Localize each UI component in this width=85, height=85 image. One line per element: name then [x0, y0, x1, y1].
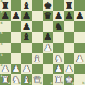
rank-coordinate-4: 4	[1, 43, 3, 46]
square-e7[interactable]: ♛	[43, 11, 54, 22]
white-knight[interactable]: ♞	[12, 75, 21, 85]
square-a8[interactable]: 8♜	[0, 0, 11, 11]
square-g2[interactable]: ♟	[64, 64, 75, 75]
square-f4[interactable]	[53, 43, 64, 54]
white-pawn[interactable]: ♟	[65, 64, 74, 74]
black-rook[interactable]: ♜	[1, 0, 10, 10]
square-g3[interactable]	[64, 53, 75, 64]
black-queen[interactable]: ♛	[44, 11, 53, 21]
square-e5[interactable]: ♟	[43, 32, 54, 43]
square-f5[interactable]	[53, 32, 64, 43]
white-bishop[interactable]: ♝	[33, 53, 42, 63]
square-c6[interactable]: ♟	[21, 21, 32, 32]
black-pawn[interactable]: ♟	[22, 11, 31, 21]
square-h4[interactable]	[74, 43, 85, 54]
black-pawn[interactable]: ♟	[44, 32, 53, 42]
black-king[interactable]: ♚	[44, 0, 53, 10]
black-pawn[interactable]: ♟	[54, 11, 63, 21]
white-pawn[interactable]: ♟	[12, 64, 21, 74]
square-b1[interactable]: b♞	[11, 74, 22, 85]
white-pawn[interactable]: ♟	[1, 64, 10, 74]
square-g7[interactable]: ♟	[64, 11, 75, 22]
file-coordinate-h: h	[82, 82, 84, 85]
white-pawn[interactable]: ♟	[44, 43, 53, 53]
black-pawn[interactable]: ♟	[75, 11, 84, 21]
black-bishop[interactable]: ♝	[22, 0, 31, 10]
chess-board: 8♜♝♚♜7♟♟♟♛♟♟♟6♟♞5♝♟4♟3♝♞♟2♟♟♟♟♟1a♜b♞c♝d♛…	[0, 0, 85, 85]
black-bishop[interactable]: ♝	[22, 32, 31, 42]
square-a7[interactable]: 7♟	[0, 11, 11, 22]
square-d4[interactable]	[32, 43, 43, 54]
square-h3[interactable]: ♟	[74, 53, 85, 64]
square-a5[interactable]: 5	[0, 32, 11, 43]
square-f1[interactable]: f♜	[53, 74, 64, 85]
black-pawn[interactable]: ♟	[22, 22, 31, 32]
square-c4[interactable]	[21, 43, 32, 54]
square-h7[interactable]: ♟	[74, 11, 85, 22]
square-a1[interactable]: 1a♜	[0, 74, 11, 85]
black-pawn[interactable]: ♟	[65, 11, 74, 21]
square-b2[interactable]: ♟	[11, 64, 22, 75]
square-e4[interactable]: ♟	[43, 43, 54, 54]
square-f6[interactable]: ♞	[53, 21, 64, 32]
square-a4[interactable]: 4	[0, 43, 11, 54]
black-pawn[interactable]: ♟	[12, 11, 21, 21]
square-b8[interactable]	[11, 0, 22, 11]
square-h2[interactable]	[74, 64, 85, 75]
square-d2[interactable]	[32, 64, 43, 75]
black-pawn[interactable]: ♟	[1, 11, 10, 21]
square-h8[interactable]	[74, 0, 85, 11]
white-pawn[interactable]: ♟	[54, 64, 63, 74]
rank-coordinate-3: 3	[1, 54, 3, 57]
square-c2[interactable]: ♟	[21, 64, 32, 75]
square-b6[interactable]	[11, 21, 22, 32]
rank-coordinate-5: 5	[1, 32, 3, 35]
square-c7[interactable]: ♟	[21, 11, 32, 22]
square-d7[interactable]	[32, 11, 43, 22]
square-b5[interactable]	[11, 32, 22, 43]
square-d1[interactable]: d♛	[32, 74, 43, 85]
square-g4[interactable]	[64, 43, 75, 54]
square-b4[interactable]	[11, 43, 22, 54]
square-a6[interactable]: 6	[0, 21, 11, 32]
square-d8[interactable]	[32, 0, 43, 11]
black-knight[interactable]: ♞	[54, 22, 63, 32]
black-rook[interactable]: ♜	[65, 0, 74, 10]
white-queen[interactable]: ♛	[33, 75, 42, 85]
square-g5[interactable]	[64, 32, 75, 43]
square-f3[interactable]: ♞	[53, 53, 64, 64]
square-h5[interactable]	[74, 32, 85, 43]
square-f8[interactable]	[53, 0, 64, 11]
square-d6[interactable]	[32, 21, 43, 32]
square-f2[interactable]: ♟	[53, 64, 64, 75]
white-bishop[interactable]: ♝	[22, 75, 31, 85]
square-e1[interactable]: e	[43, 74, 54, 85]
square-e8[interactable]: ♚	[43, 0, 54, 11]
square-f7[interactable]: ♟	[53, 11, 64, 22]
square-c5[interactable]: ♝	[21, 32, 32, 43]
square-a3[interactable]: 3	[0, 53, 11, 64]
square-g8[interactable]: ♜	[64, 0, 75, 11]
square-d5[interactable]	[32, 32, 43, 43]
white-knight[interactable]: ♞	[54, 53, 63, 63]
white-pawn[interactable]: ♟	[75, 53, 84, 63]
square-d3[interactable]: ♝	[32, 53, 43, 64]
square-c8[interactable]: ♝	[21, 0, 32, 11]
square-e6[interactable]	[43, 21, 54, 32]
white-pawn[interactable]: ♟	[22, 64, 31, 74]
white-rook[interactable]: ♜	[54, 75, 63, 85]
square-b3[interactable]	[11, 53, 22, 64]
white-rook[interactable]: ♜	[1, 75, 10, 85]
square-h6[interactable]	[74, 21, 85, 32]
square-b7[interactable]: ♟	[11, 11, 22, 22]
square-a2[interactable]: 2♟	[0, 64, 11, 75]
square-g1[interactable]: g♚	[64, 74, 75, 85]
square-c3[interactable]	[21, 53, 32, 64]
square-e3[interactable]	[43, 53, 54, 64]
rank-coordinate-6: 6	[1, 22, 3, 25]
square-h1[interactable]: h	[74, 74, 85, 85]
square-c1[interactable]: c♝	[21, 74, 32, 85]
white-king[interactable]: ♚	[65, 75, 74, 85]
square-e2[interactable]	[43, 64, 54, 75]
square-g6[interactable]	[64, 21, 75, 32]
